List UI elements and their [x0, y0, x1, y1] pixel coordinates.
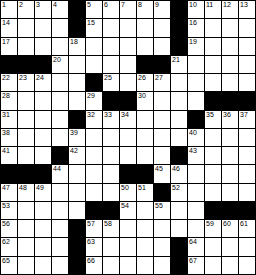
clue-number-17: 17: [2, 38, 10, 46]
block-cell-r14c5: [69, 238, 85, 255]
clue-number-47: 47: [2, 184, 10, 192]
open-cell-r15c6[interactable]: 66: [86, 257, 102, 274]
open-cell-r11c4[interactable]: [52, 184, 68, 201]
open-cell-r13c12[interactable]: [188, 220, 204, 237]
clue-number-30: 30: [138, 92, 146, 100]
clue-number-43: 43: [189, 147, 197, 155]
open-cell-r8c1[interactable]: 38: [1, 129, 17, 146]
open-cell-r14c1[interactable]: 62: [1, 238, 17, 255]
clue-number-41: 41: [2, 147, 10, 155]
open-cell-r9c10[interactable]: [154, 147, 170, 164]
open-cell-r6c2[interactable]: [18, 92, 34, 109]
clue-number-40: 40: [189, 129, 197, 137]
open-cell-r12c3[interactable]: [35, 202, 51, 219]
open-cell-r13c11[interactable]: [171, 220, 187, 237]
block-cell-r14c11: [171, 238, 187, 255]
open-cell-r14c9[interactable]: [137, 238, 153, 255]
clue-number-12: 12: [223, 1, 231, 9]
clue-number-6: 6: [104, 1, 108, 9]
open-cell-r7c4[interactable]: [52, 111, 68, 128]
clue-number-2: 2: [19, 1, 23, 9]
open-cell-r5c11[interactable]: [171, 74, 187, 91]
open-cell-r10c6[interactable]: [86, 165, 102, 182]
open-cell-r13c9[interactable]: [137, 220, 153, 237]
clue-number-38: 38: [2, 129, 10, 137]
open-cell-r13c1[interactable]: 56: [1, 220, 17, 237]
open-cell-r4c12[interactable]: [188, 56, 204, 73]
open-cell-r3c12[interactable]: 19: [188, 38, 204, 55]
open-cell-r13c6[interactable]: 57: [86, 220, 102, 237]
open-cell-r11c9[interactable]: 51: [137, 184, 153, 201]
open-cell-r5c5[interactable]: [69, 74, 85, 91]
open-cell-r6c9[interactable]: 30: [137, 92, 153, 109]
clue-number-35: 35: [206, 111, 214, 119]
open-cell-r7c8[interactable]: 34: [120, 111, 136, 128]
open-cell-r1c6[interactable]: 5: [86, 1, 102, 18]
clue-number-24: 24: [36, 74, 44, 82]
open-cell-r14c7[interactable]: [103, 238, 119, 255]
open-cell-r12c2[interactable]: [18, 202, 34, 219]
block-cell-r12c14: [222, 202, 238, 219]
open-cell-r4c4[interactable]: 20: [52, 56, 68, 73]
open-cell-r9c6[interactable]: [86, 147, 102, 164]
open-cell-r13c13[interactable]: 59: [205, 220, 221, 237]
open-cell-r10c5[interactable]: [69, 165, 85, 182]
clue-number-58: 58: [104, 220, 112, 228]
open-cell-r3c1[interactable]: 17: [1, 38, 17, 55]
clue-number-46: 46: [172, 165, 180, 173]
open-cell-r11c7[interactable]: [103, 184, 119, 201]
open-cell-r5c10[interactable]: 27: [154, 74, 170, 91]
block-cell-r6c15: [239, 92, 255, 109]
open-cell-r11c11[interactable]: 52: [171, 184, 187, 201]
open-cell-r3c13[interactable]: [205, 38, 221, 55]
open-cell-r14c4[interactable]: [52, 238, 68, 255]
clue-number-19: 19: [189, 38, 197, 46]
open-cell-r8c13[interactable]: [205, 129, 221, 146]
open-cell-r6c6[interactable]: 29: [86, 92, 102, 109]
clue-number-36: 36: [223, 111, 231, 119]
open-cell-r3c4[interactable]: [52, 38, 68, 55]
open-cell-r4c8[interactable]: [120, 56, 136, 73]
block-cell-r12c13: [205, 202, 221, 219]
clue-number-20: 20: [53, 56, 61, 64]
clue-number-21: 21: [172, 56, 180, 64]
open-cell-r1c1[interactable]: 1: [1, 1, 17, 18]
block-cell-r15c5: [69, 257, 85, 274]
open-cell-r10c11[interactable]: 46: [171, 165, 187, 182]
open-cell-r5c9[interactable]: 26: [137, 74, 153, 91]
clue-number-11: 11: [206, 1, 213, 9]
block-cell-r4c10: [154, 56, 170, 73]
open-cell-r6c1[interactable]: 28: [1, 92, 17, 109]
open-cell-r11c13[interactable]: [205, 184, 221, 201]
open-cell-r13c7[interactable]: 58: [103, 220, 119, 237]
open-cell-r15c10[interactable]: [154, 257, 170, 274]
open-cell-r15c12[interactable]: 67: [188, 257, 204, 274]
clue-number-49: 49: [36, 184, 44, 192]
open-cell-r1c12[interactable]: 10: [188, 1, 204, 18]
open-cell-r8c15[interactable]: [239, 129, 255, 146]
open-cell-r8c12[interactable]: 40: [188, 129, 204, 146]
open-cell-r9c9[interactable]: [137, 147, 153, 164]
clue-number-1: 1: [2, 1, 6, 9]
clue-number-26: 26: [138, 74, 146, 82]
open-cell-r14c6[interactable]: 63: [86, 238, 102, 255]
open-cell-r14c15[interactable]: [239, 238, 255, 255]
open-cell-r1c13[interactable]: 11: [205, 1, 221, 18]
open-cell-r12c8[interactable]: 54: [120, 202, 136, 219]
open-cell-r1c14[interactable]: 12: [222, 1, 238, 18]
open-cell-r2c10[interactable]: [154, 19, 170, 36]
open-cell-r15c15[interactable]: [239, 257, 255, 274]
clue-number-52: 52: [172, 184, 180, 192]
open-cell-r9c5[interactable]: 42: [69, 147, 85, 164]
open-cell-r5c12[interactable]: [188, 74, 204, 91]
open-cell-r6c4[interactable]: [52, 92, 68, 109]
open-cell-r5c13[interactable]: [205, 74, 221, 91]
open-cell-r13c4[interactable]: [52, 220, 68, 237]
clue-number-51: 51: [138, 184, 146, 192]
clue-number-8: 8: [138, 1, 142, 9]
clue-number-10: 10: [189, 1, 197, 9]
clue-number-15: 15: [87, 19, 95, 27]
open-cell-r1c7[interactable]: 6: [103, 1, 119, 18]
block-cell-r12c15: [239, 202, 255, 219]
clue-number-9: 9: [155, 1, 159, 9]
open-cell-r7c13[interactable]: 35: [205, 111, 221, 128]
open-cell-r14c10[interactable]: [154, 238, 170, 255]
clue-number-13: 13: [240, 1, 248, 9]
block-cell-r6c14: [222, 92, 238, 109]
open-cell-r9c1[interactable]: 41: [1, 147, 17, 164]
open-cell-r15c1[interactable]: 65: [1, 257, 17, 274]
block-cell-r4c1: [1, 56, 17, 73]
clue-number-32: 32: [87, 111, 95, 119]
open-cell-r8c9[interactable]: [137, 129, 153, 146]
open-cell-r8c2[interactable]: [18, 129, 34, 146]
open-cell-r5c15[interactable]: [239, 74, 255, 91]
open-cell-r10c14[interactable]: [222, 165, 238, 182]
open-cell-r8c14[interactable]: [222, 129, 238, 146]
open-cell-r4c15[interactable]: [239, 56, 255, 73]
open-cell-r5c4[interactable]: [52, 74, 68, 91]
open-cell-r9c14[interactable]: [222, 147, 238, 164]
block-cell-r5c6: [86, 74, 102, 91]
clue-number-66: 66: [87, 257, 95, 265]
open-cell-r11c5[interactable]: [69, 184, 85, 201]
clue-number-44: 44: [53, 165, 61, 173]
clue-number-60: 60: [223, 220, 231, 228]
block-cell-r12c6: [86, 202, 102, 219]
open-cell-r10c7[interactable]: [103, 165, 119, 182]
open-cell-r14c3[interactable]: [35, 238, 51, 255]
open-cell-r2c6[interactable]: 15: [86, 19, 102, 36]
clue-number-4: 4: [53, 1, 57, 9]
open-cell-r5c3[interactable]: 24: [35, 74, 51, 91]
open-cell-r7c1[interactable]: 31: [1, 111, 17, 128]
open-cell-r6c3[interactable]: [35, 92, 51, 109]
open-cell-r2c2[interactable]: [18, 19, 34, 36]
open-cell-r15c7[interactable]: [103, 257, 119, 274]
open-cell-r9c8[interactable]: [120, 147, 136, 164]
clue-number-18: 18: [70, 38, 78, 46]
open-cell-r10c4[interactable]: 44: [52, 165, 68, 182]
block-cell-r13c5: [69, 220, 85, 237]
open-cell-r14c13[interactable]: [205, 238, 221, 255]
clue-number-39: 39: [70, 129, 78, 137]
open-cell-r9c2[interactable]: [18, 147, 34, 164]
clue-number-55: 55: [155, 202, 163, 210]
open-cell-r14c8[interactable]: [120, 238, 136, 255]
block-cell-r4c9: [137, 56, 153, 73]
open-cell-r8c7[interactable]: [103, 129, 119, 146]
open-cell-r3c3[interactable]: [35, 38, 51, 55]
open-cell-r12c10[interactable]: 55: [154, 202, 170, 219]
open-cell-r7c15[interactable]: 37: [239, 111, 255, 128]
open-cell-r15c2[interactable]: [18, 257, 34, 274]
open-cell-r3c7[interactable]: [103, 38, 119, 55]
open-cell-r7c3[interactable]: [35, 111, 51, 128]
open-cell-r12c12[interactable]: [188, 202, 204, 219]
open-cell-r5c2[interactable]: 23: [18, 74, 34, 91]
open-cell-r8c6[interactable]: [86, 129, 102, 146]
clue-number-63: 63: [87, 238, 95, 246]
open-cell-r3c6[interactable]: [86, 38, 102, 55]
open-cell-r1c10[interactable]: 9: [154, 1, 170, 18]
open-cell-r8c10[interactable]: [154, 129, 170, 146]
clue-number-27: 27: [155, 74, 163, 82]
open-cell-r8c3[interactable]: [35, 129, 51, 146]
open-cell-r13c14[interactable]: 60: [222, 220, 238, 237]
clue-number-61: 61: [240, 220, 248, 228]
open-cell-r8c5[interactable]: 39: [69, 129, 85, 146]
open-cell-r11c1[interactable]: 47: [1, 184, 17, 201]
block-cell-r12c7: [103, 202, 119, 219]
clue-number-22: 22: [2, 74, 10, 82]
clue-number-28: 28: [2, 92, 10, 100]
open-cell-r6c5[interactable]: [69, 92, 85, 109]
crossword-board: 1234567891011121314151617181920212223242…: [0, 0, 256, 275]
open-cell-r11c8[interactable]: 50: [120, 184, 136, 201]
open-cell-r11c12[interactable]: [188, 184, 204, 201]
open-cell-r3c9[interactable]: [137, 38, 153, 55]
open-cell-r11c6[interactable]: [86, 184, 102, 201]
block-cell-r15c11: [171, 257, 187, 274]
open-cell-r4c13[interactable]: [205, 56, 221, 73]
open-cell-r1c9[interactable]: 8: [137, 1, 153, 18]
open-cell-r9c3[interactable]: [35, 147, 51, 164]
clue-number-56: 56: [2, 220, 10, 228]
open-cell-r4c7[interactable]: [103, 56, 119, 73]
open-cell-r14c12[interactable]: 64: [188, 238, 204, 255]
open-cell-r6c10[interactable]: [154, 92, 170, 109]
clue-number-23: 23: [19, 74, 27, 82]
clue-number-34: 34: [121, 111, 129, 119]
open-cell-r3c8[interactable]: [120, 38, 136, 55]
clue-number-5: 5: [87, 1, 91, 9]
open-cell-r14c2[interactable]: [18, 238, 34, 255]
block-cell-r6c8: [120, 92, 136, 109]
block-cell-r10c1: [1, 165, 17, 182]
open-cell-r9c15[interactable]: [239, 147, 255, 164]
open-cell-r12c5[interactable]: [69, 202, 85, 219]
open-cell-r8c4[interactable]: [52, 129, 68, 146]
open-cell-r5c14[interactable]: [222, 74, 238, 91]
open-cell-r15c3[interactable]: [35, 257, 51, 274]
open-cell-r3c15[interactable]: [239, 38, 255, 55]
clue-number-25: 25: [104, 74, 112, 82]
open-cell-r13c2[interactable]: [18, 220, 34, 237]
clue-number-64: 64: [189, 238, 197, 246]
open-cell-r5c7[interactable]: 25: [103, 74, 119, 91]
open-cell-r3c14[interactable]: [222, 38, 238, 55]
block-cell-r2c5: [69, 19, 85, 36]
open-cell-r7c2[interactable]: [18, 111, 34, 128]
open-cell-r15c8[interactable]: [120, 257, 136, 274]
clue-number-54: 54: [121, 202, 129, 210]
clue-number-45: 45: [155, 165, 163, 173]
open-cell-r1c4[interactable]: 4: [52, 1, 68, 18]
block-cell-r6c7: [103, 92, 119, 109]
open-cell-r15c4[interactable]: [52, 257, 68, 274]
open-cell-r9c7[interactable]: [103, 147, 119, 164]
open-cell-r11c15[interactable]: [239, 184, 255, 201]
open-cell-r13c15[interactable]: 61: [239, 220, 255, 237]
open-cell-r12c1[interactable]: 53: [1, 202, 17, 219]
open-cell-r13c8[interactable]: [120, 220, 136, 237]
open-cell-r12c9[interactable]: [137, 202, 153, 219]
clue-number-33: 33: [104, 111, 112, 119]
open-cell-r12c11[interactable]: [171, 202, 187, 219]
open-cell-r8c11[interactable]: [171, 129, 187, 146]
block-cell-r4c2: [18, 56, 34, 73]
block-cell-r10c8: [120, 165, 136, 182]
open-cell-r4c14[interactable]: [222, 56, 238, 73]
open-cell-r1c8[interactable]: 7: [120, 1, 136, 18]
open-cell-r2c4[interactable]: [52, 19, 68, 36]
open-cell-r2c13[interactable]: [205, 19, 221, 36]
open-cell-r14c14[interactable]: [222, 238, 238, 255]
open-cell-r7c7[interactable]: 33: [103, 111, 119, 128]
clue-number-29: 29: [87, 92, 95, 100]
clue-number-65: 65: [2, 257, 10, 265]
open-cell-r13c3[interactable]: [35, 220, 51, 237]
open-cell-r11c2[interactable]: 48: [18, 184, 34, 201]
clue-number-42: 42: [70, 147, 78, 155]
open-cell-r1c2[interactable]: 2: [18, 1, 34, 18]
open-cell-r11c3[interactable]: 49: [35, 184, 51, 201]
clue-number-59: 59: [206, 220, 214, 228]
open-cell-r7c6[interactable]: 32: [86, 111, 102, 128]
open-cell-r2c12[interactable]: 16: [188, 19, 204, 36]
clue-number-67: 67: [189, 257, 197, 265]
clue-number-14: 14: [2, 19, 10, 27]
block-cell-r6c13: [205, 92, 221, 109]
open-cell-r10c13[interactable]: [205, 165, 221, 182]
block-cell-r3c11: [171, 38, 187, 55]
block-cell-r10c9: [137, 165, 153, 182]
open-cell-r10c15[interactable]: [239, 165, 255, 182]
clue-number-31: 31: [2, 111, 10, 119]
block-cell-r10c3: [35, 165, 51, 182]
open-cell-r5c8[interactable]: [120, 74, 136, 91]
open-cell-r2c7[interactable]: [103, 19, 119, 36]
open-cell-r7c11[interactable]: [171, 111, 187, 128]
open-cell-r7c10[interactable]: [154, 111, 170, 128]
open-cell-r3c2[interactable]: [18, 38, 34, 55]
open-cell-r2c8[interactable]: [120, 19, 136, 36]
open-cell-r4c11[interactable]: 21: [171, 56, 187, 73]
clue-number-53: 53: [2, 202, 10, 210]
block-cell-r1c11: [171, 1, 187, 18]
open-cell-r4c6[interactable]: [86, 56, 102, 73]
open-cell-r7c14[interactable]: 36: [222, 111, 238, 128]
open-cell-r4c5[interactable]: [69, 56, 85, 73]
clue-number-37: 37: [240, 111, 248, 119]
open-cell-r10c10[interactable]: 45: [154, 165, 170, 182]
open-cell-r6c12[interactable]: [188, 92, 204, 109]
clue-number-7: 7: [121, 1, 125, 9]
open-cell-r11c14[interactable]: [222, 184, 238, 201]
open-cell-r3c5[interactable]: 18: [69, 38, 85, 55]
open-cell-r2c3[interactable]: [35, 19, 51, 36]
open-cell-r2c9[interactable]: [137, 19, 153, 36]
block-cell-r9c4: [52, 147, 68, 164]
block-cell-r1c5: [69, 1, 85, 18]
clue-number-62: 62: [2, 238, 10, 246]
open-cell-r8c8[interactable]: [120, 129, 136, 146]
open-cell-r9c13[interactable]: [205, 147, 221, 164]
open-cell-r13c10[interactable]: [154, 220, 170, 237]
block-cell-r4c3: [35, 56, 51, 73]
open-cell-r1c3[interactable]: 3: [35, 1, 51, 18]
open-cell-r7c9[interactable]: [137, 111, 153, 128]
clue-number-16: 16: [189, 19, 197, 27]
open-cell-r1c15[interactable]: 13: [239, 1, 255, 18]
open-cell-r2c14[interactable]: [222, 19, 238, 36]
block-cell-r9c11: [171, 147, 187, 164]
open-cell-r12c4[interactable]: [52, 202, 68, 219]
open-cell-r10c12[interactable]: [188, 165, 204, 182]
open-cell-r15c14[interactable]: [222, 257, 238, 274]
open-cell-r15c9[interactable]: [137, 257, 153, 274]
clue-number-3: 3: [36, 1, 40, 9]
block-cell-r7c5: [69, 111, 85, 128]
block-cell-r7c12: [188, 111, 204, 128]
open-cell-r9c12[interactable]: 43: [188, 147, 204, 164]
clue-number-50: 50: [121, 184, 129, 192]
open-cell-r6c11[interactable]: [171, 92, 187, 109]
block-cell-r10c2: [18, 165, 34, 182]
open-cell-r15c13[interactable]: [205, 257, 221, 274]
open-cell-r2c1[interactable]: 14: [1, 19, 17, 36]
open-cell-r2c15[interactable]: [239, 19, 255, 36]
clue-number-48: 48: [19, 184, 27, 192]
open-cell-r5c1[interactable]: 22: [1, 74, 17, 91]
open-cell-r3c10[interactable]: [154, 38, 170, 55]
clue-number-57: 57: [87, 220, 95, 228]
block-cell-r2c11: [171, 19, 187, 36]
block-cell-r11c10: [154, 184, 170, 201]
